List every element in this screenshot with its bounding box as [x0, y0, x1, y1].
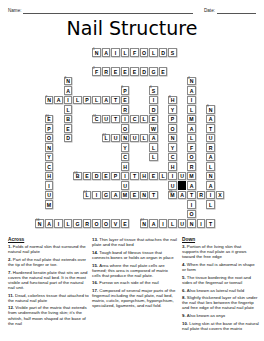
grid-cell-empty — [102, 105, 112, 115]
grid-cell-empty — [140, 86, 150, 96]
grid-cell[interactable]: 3N — [64, 77, 74, 87]
grid-cell-empty — [130, 96, 140, 106]
grid-cell[interactable]: I — [92, 191, 102, 201]
grid-cell[interactable]: E — [111, 67, 121, 77]
grid-cell-empty — [35, 162, 45, 172]
grid-cell-empty — [45, 77, 55, 87]
grid-cell[interactable]: A — [178, 191, 188, 201]
grid-cell-empty — [168, 67, 178, 77]
grid-cell-empty — [35, 115, 45, 125]
grid-cell[interactable]: L — [149, 48, 159, 58]
grid-cell-empty — [64, 200, 74, 210]
grid-cell-empty — [216, 48, 226, 58]
grid-cell[interactable]: X — [216, 191, 226, 201]
grid-cell-empty — [73, 58, 83, 68]
grid-cell-empty — [197, 134, 207, 144]
grid-cell[interactable]: I — [159, 219, 169, 229]
grid-cell-empty — [159, 115, 169, 125]
grid-cell[interactable]: L — [168, 219, 178, 229]
grid-cell[interactable]: N — [121, 134, 131, 144]
grid-cell[interactable]: L — [64, 219, 74, 229]
grid-cell-empty — [83, 124, 93, 134]
grid-cell[interactable]: 11C — [92, 115, 102, 125]
grid-cell-empty — [54, 86, 64, 96]
grid-cell[interactable]: L — [64, 105, 74, 115]
grid-cell[interactable]: R — [83, 219, 93, 229]
grid-cell[interactable]: I — [45, 181, 55, 191]
grid-cell[interactable]: 2F — [92, 67, 102, 77]
grid-cell-empty — [102, 153, 112, 163]
grid-cell-empty — [178, 105, 188, 115]
grid-cell-empty — [178, 77, 188, 87]
grid-cell[interactable]: M — [187, 172, 197, 182]
grid-cell[interactable]: S — [168, 48, 178, 58]
grid-cell[interactable]: A — [187, 86, 197, 96]
grid-cell[interactable]: A — [206, 153, 216, 163]
grid-cell[interactable]: 4N — [187, 77, 197, 87]
grid-cell[interactable]: R — [121, 105, 131, 115]
grid-cell-empty — [130, 124, 140, 134]
grid-cell-empty — [64, 162, 74, 172]
grid-cell[interactable]: E — [64, 124, 74, 134]
grid-cell-empty — [102, 86, 112, 96]
grid-cell[interactable]: E — [149, 115, 159, 125]
grid-cell-empty — [216, 105, 226, 115]
grid-cell-empty — [159, 105, 169, 115]
grid-cell[interactable]: G — [149, 67, 159, 77]
grid-cell[interactable]: N — [187, 219, 197, 229]
grid-cell-empty — [178, 210, 188, 220]
grid-cell-empty — [45, 58, 55, 68]
grid-cell[interactable]: C — [168, 153, 178, 163]
grid-cell[interactable]: E — [83, 172, 93, 182]
grid-cell-empty — [149, 58, 159, 68]
grid-cell[interactable]: A — [54, 96, 64, 106]
grid-cell[interactable]: O — [45, 134, 55, 144]
grid-cell-empty — [149, 210, 159, 220]
grid-cell-empty — [216, 96, 226, 106]
grid-cell-empty — [92, 210, 102, 220]
grid-cell[interactable]: M — [187, 115, 197, 125]
grid-cell-empty — [35, 105, 45, 115]
grid-cell[interactable]: I — [121, 172, 131, 182]
grid-cell-empty — [216, 58, 226, 68]
grid-cell[interactable]: L — [187, 134, 197, 144]
grid-cell-empty — [92, 153, 102, 163]
grid-cell-empty — [54, 58, 64, 68]
grid-cell-empty — [83, 143, 93, 153]
grid-cell-empty — [83, 115, 93, 125]
page-title: Nail Structure — [0, 17, 264, 39]
grid-cell[interactable]: H — [45, 172, 55, 182]
grid-cell[interactable]: G — [102, 191, 112, 201]
grid-cell-empty — [83, 153, 93, 163]
grid-cell-empty — [64, 48, 74, 58]
grid-cell-empty — [159, 200, 169, 210]
grid-cell[interactable]: A — [45, 219, 55, 229]
grid-cell[interactable]: E — [130, 67, 140, 77]
grid-cell[interactable]: T — [111, 96, 121, 106]
grid-cell[interactable]: A — [149, 219, 159, 229]
grid-cell[interactable]: C — [45, 162, 55, 172]
grid-cell[interactable]: U — [206, 134, 216, 144]
grid-cell-empty — [197, 172, 207, 182]
grid-cell-empty — [45, 210, 55, 220]
grid-cell[interactable]: O — [187, 153, 197, 163]
grid-cell-empty — [130, 86, 140, 96]
grid-cell[interactable]: O — [121, 124, 131, 134]
grid-cell[interactable]: 9N — [206, 105, 216, 115]
grid-cell[interactable]: F — [130, 48, 140, 58]
grid-cell[interactable]: T — [111, 115, 121, 125]
grid-cell-empty — [35, 96, 45, 106]
grid-cell[interactable]: L — [206, 200, 216, 210]
grid-cell-empty — [54, 67, 64, 77]
grid-cell-empty — [54, 200, 64, 210]
grid-cell[interactable]: M — [121, 191, 131, 201]
grid-cell-empty — [92, 124, 102, 134]
grid-cell[interactable]: P — [111, 172, 121, 182]
grid-cell-empty — [187, 58, 197, 68]
grid-cell-empty — [206, 67, 216, 77]
grid-cell[interactable]: A — [149, 134, 159, 144]
grid-cell-empty — [54, 124, 64, 134]
grid-cell-empty — [197, 153, 207, 163]
grid-cell[interactable]: U — [178, 219, 188, 229]
clue-item-2: 2. Part of the nail plate that extends o… — [8, 257, 89, 267]
grid-cell-empty — [159, 124, 169, 134]
grid-cell[interactable]: U — [45, 191, 55, 201]
grid-cell-empty — [102, 162, 112, 172]
grid-cell-empty — [54, 48, 64, 58]
grid-cell[interactable]: N — [45, 143, 55, 153]
grid-cell[interactable]: D — [64, 134, 74, 144]
grid-cell-empty — [168, 77, 178, 87]
grid-cell[interactable]: R — [197, 191, 207, 201]
grid-cell-empty — [64, 153, 74, 163]
grid-cell[interactable]: I — [187, 96, 197, 106]
grid-cell-empty — [197, 200, 207, 210]
grid-cell-empty — [216, 134, 226, 144]
grid-cell[interactable]: H — [121, 162, 131, 172]
grid-cell-empty — [35, 172, 45, 182]
grid-cell[interactable]: A — [187, 124, 197, 134]
grid-cell[interactable]: 16N — [35, 219, 45, 229]
grid-cell[interactable]: L — [187, 105, 197, 115]
grid-cell-empty — [159, 134, 169, 144]
grid-cell-empty — [73, 153, 83, 163]
grid-cell-empty — [83, 86, 93, 96]
grid-cell-empty — [102, 58, 112, 68]
grid-cell[interactable]: G — [73, 219, 83, 229]
grid-cell[interactable]: R — [206, 143, 216, 153]
grid-cell-empty — [102, 181, 112, 191]
grid-cell[interactable]: E — [102, 172, 112, 182]
grid-cell-empty — [159, 58, 169, 68]
grid-cell[interactable]: L — [159, 172, 169, 182]
grid-cell-empty — [187, 48, 197, 58]
grid-cell[interactable]: D — [92, 172, 102, 182]
crossword-grid: 1NAILFOLDS2FREEEDGE3N4NA5P6SA7NAILPLATEI… — [35, 48, 225, 229]
grid-cell[interactable]: U — [111, 134, 121, 144]
grid-cell-empty — [73, 105, 83, 115]
grid-cell[interactable]: L — [140, 115, 150, 125]
grid-cell-empty — [35, 153, 45, 163]
grid-cell-empty — [206, 210, 216, 220]
grid-cell-empty — [168, 210, 178, 220]
grid-cell-empty — [206, 58, 216, 68]
grid-cell-empty — [178, 86, 188, 96]
grid-cell[interactable]: L — [140, 134, 150, 144]
grid-cell[interactable]: O — [102, 219, 112, 229]
grid-cell[interactable]: 12L — [102, 134, 112, 144]
clue-item-16: 16. Furrow on each side of the nail — [92, 280, 177, 285]
name-blank-line[interactable] — [23, 7, 193, 14]
clues-across-column: Across 1. Folds of normal skin that surr… — [8, 237, 89, 328]
grid-cell[interactable]: M — [45, 200, 55, 210]
grid-cell[interactable]: A — [206, 181, 216, 191]
grid-cell-empty — [111, 77, 121, 87]
grid-cell[interactable]: E — [159, 67, 169, 77]
grid-cell[interactable]: 1N — [92, 48, 102, 58]
grid-cell[interactable]: P — [168, 115, 178, 125]
grid-cell-empty — [178, 124, 188, 134]
grid-cell-empty — [216, 77, 226, 87]
grid-cell[interactable]: L — [149, 143, 159, 153]
grid-cell-empty — [54, 134, 64, 144]
grid-cell-empty — [216, 153, 226, 163]
grid-cell[interactable]: L — [92, 96, 102, 106]
grid-cell[interactable]: W — [149, 124, 159, 134]
grid-cell-empty — [149, 200, 159, 210]
grid-cell-empty — [83, 58, 93, 68]
grid-cell-empty — [35, 200, 45, 210]
grid-cell-empty — [121, 58, 131, 68]
grid-cell[interactable]: T — [149, 191, 159, 201]
grid-cell[interactable]: T — [206, 124, 216, 134]
grid-cell-empty — [35, 143, 45, 153]
grid-cell[interactable]: B — [64, 115, 74, 125]
grid-cell[interactable]: I — [64, 96, 74, 106]
grid-cell[interactable]: P — [45, 124, 55, 134]
clues-down-column: Down 3. Portion of the living skin that … — [182, 237, 259, 333]
grid-cell[interactable]: 15M — [168, 191, 178, 201]
grid-cell-empty — [140, 105, 150, 115]
grid-cell-empty — [178, 162, 188, 172]
grid-cell[interactable]: U — [178, 172, 188, 182]
grid-cell-empty — [216, 124, 226, 134]
grid-cell[interactable]: I — [121, 115, 131, 125]
grid-cell-empty — [159, 77, 169, 87]
grid-cell-empty — [35, 124, 45, 134]
clue-item-11: 11. Dead, colorless tissue that attached… — [8, 293, 89, 303]
grid-cell[interactable]: D — [140, 67, 150, 77]
grid-cell[interactable]: P — [83, 96, 93, 106]
grid-cell-empty — [197, 77, 207, 87]
grid-cell-empty — [159, 86, 169, 96]
grid-cell-empty — [168, 200, 178, 210]
grid-cell[interactable]: 6S — [149, 86, 159, 96]
grid-cell[interactable]: L — [73, 96, 83, 106]
grid-cell[interactable]: T — [187, 191, 197, 201]
grid-cell-empty — [140, 143, 150, 153]
grid-cell[interactable]: C — [130, 115, 140, 125]
grid-cell[interactable]: Y — [168, 143, 178, 153]
grid-cell[interactable]: N — [168, 134, 178, 144]
grid-cell-empty — [111, 58, 121, 68]
grid-cell-empty — [35, 58, 45, 68]
grid-cell[interactable]: I — [54, 219, 64, 229]
grid-cell-empty — [130, 219, 140, 229]
grid-cell-empty — [130, 77, 140, 87]
grid-cell[interactable]: C — [121, 153, 131, 163]
grid-cell-empty — [73, 115, 83, 125]
grid-cell[interactable]: D — [159, 48, 169, 58]
grid-cell-empty — [54, 172, 64, 182]
grid-cell[interactable]: Y — [45, 153, 55, 163]
grid-cell[interactable]: 8H — [168, 96, 178, 106]
grid-cell[interactable]: E — [121, 96, 131, 106]
grid-cell-empty — [197, 124, 207, 134]
grid-cell[interactable]: T — [206, 219, 216, 229]
grid-cell[interactable]: E — [149, 172, 159, 182]
grid-cell-empty — [73, 143, 83, 153]
grid-cell[interactable]: A — [102, 48, 112, 58]
grid-cell-empty — [197, 67, 207, 77]
grid-cell[interactable]: 10E — [45, 115, 55, 125]
grid-cell[interactable]: R — [187, 162, 197, 172]
grid-cell-empty — [130, 105, 140, 115]
grid-cell-empty — [149, 162, 159, 172]
grid-cell-empty — [178, 143, 188, 153]
grid-cell[interactable]: O — [140, 48, 150, 58]
grid-cell-empty — [140, 77, 150, 87]
grid-cell[interactable]: Y — [168, 105, 178, 115]
grid-cell[interactable]: A — [187, 181, 197, 191]
grid-cell[interactable]: N — [140, 191, 150, 201]
grid-cell[interactable]: I — [168, 172, 178, 182]
grid-cell-empty — [92, 200, 102, 210]
grid-cell[interactable]: R — [102, 67, 112, 77]
grid-cell-empty — [168, 58, 178, 68]
grid-cell[interactable]: N — [206, 172, 216, 182]
grid-cell[interactable]: A — [102, 96, 112, 106]
grid-cell-empty — [73, 134, 83, 144]
grid-cell-empty — [35, 191, 45, 201]
grid-cell[interactable]: I — [149, 96, 159, 106]
date-blank-line[interactable] — [217, 7, 256, 14]
grid-cell-empty — [159, 96, 169, 106]
grid-cell[interactable]: T — [130, 172, 140, 182]
grid-cell-empty — [111, 162, 121, 172]
clue-item-6: 6. Also known as lateral nail fold — [182, 288, 259, 293]
grid-cell[interactable]: H — [140, 172, 150, 182]
grid-cell[interactable]: U — [102, 115, 112, 125]
grid-cell[interactable]: L — [121, 48, 131, 58]
grid-cell-empty — [35, 77, 45, 87]
grid-cell[interactable]: O — [168, 124, 178, 134]
grid-cell-empty — [111, 181, 121, 191]
clue-item-8: 8. Slightly thickened layer of skin unde… — [182, 295, 259, 310]
grid-cell[interactable]: 14L — [83, 191, 93, 201]
grid-cell[interactable]: A — [64, 86, 74, 96]
grid-cell[interactable]: E — [121, 219, 131, 229]
grid-cell[interactable]: H — [168, 162, 178, 172]
grid-cell-empty — [159, 181, 169, 191]
clue-item-4: 4. When the nail is abnormal in shape or… — [182, 262, 259, 272]
grid-cell-empty — [197, 181, 207, 191]
across-clue-list-2: 13. Thin layer of tissue that attaches t… — [92, 237, 177, 308]
grid-cell[interactable]: I — [187, 200, 197, 210]
clue-item-5: 5. The tissue bordering the root and sid… — [182, 275, 259, 285]
grid-cell[interactable]: I — [206, 191, 216, 201]
grid-cell[interactable]: 17N — [140, 219, 150, 229]
grid-cell[interactable]: E — [130, 191, 140, 201]
grid-cell-empty — [73, 48, 83, 58]
grid-cell[interactable]: U — [130, 134, 140, 144]
grid-cell-empty — [111, 105, 121, 115]
grid-cell-empty — [73, 210, 83, 220]
worksheet-page: Name: Date: Nail Structure 1NAILFOLDS2FR… — [0, 0, 264, 341]
grid-cell[interactable]: V — [111, 219, 121, 229]
grid-cell[interactable]: A — [111, 191, 121, 201]
grid-cell-empty — [35, 134, 45, 144]
grid-cell[interactable]: 7N — [45, 96, 55, 106]
grid-cell-empty — [83, 105, 93, 115]
grid-cell-empty — [64, 172, 74, 182]
grid-cell[interactable]: L — [206, 162, 216, 172]
grid-cell[interactable]: I — [197, 219, 207, 229]
grid-cell[interactable]: E — [121, 67, 131, 77]
grid-cell-empty — [140, 200, 150, 210]
grid-cell-empty — [73, 181, 83, 191]
grid-cell-empty — [159, 153, 169, 163]
grid-cell-empty — [140, 124, 150, 134]
grid-cell-empty — [197, 48, 207, 58]
grid-cell-empty — [64, 191, 74, 201]
grid-cell-empty — [130, 210, 140, 220]
grid-cell-empty — [206, 48, 216, 58]
grid-cell[interactable]: Y — [121, 143, 131, 153]
grid-cell[interactable]: 13B — [73, 172, 83, 182]
grid-cell-black — [178, 181, 188, 191]
grid-cell-empty — [178, 58, 188, 68]
across-heading: Across — [8, 237, 89, 243]
grid-cell-empty — [216, 219, 226, 229]
grid-cell[interactable]: I — [111, 48, 121, 58]
grid-cell[interactable]: 5P — [121, 86, 131, 96]
grid-cell[interactable]: D — [149, 105, 159, 115]
grid-cell-empty — [216, 210, 226, 220]
grid-cell-empty — [130, 200, 140, 210]
grid-cell[interactable]: O — [187, 210, 197, 220]
grid-cell-empty — [35, 67, 45, 77]
grid-cell-empty — [178, 115, 188, 125]
grid-cell-empty — [140, 96, 150, 106]
grid-cell-empty — [197, 162, 207, 172]
grid-cell-empty — [140, 153, 150, 163]
clue-item-12: 12. Visible part of the matrix that exte… — [8, 305, 89, 325]
grid-cell-empty — [83, 134, 93, 144]
grid-cell[interactable]: L — [149, 153, 159, 163]
grid-cell-empty — [102, 143, 112, 153]
grid-cell[interactable]: A — [206, 115, 216, 125]
grid-cell[interactable]: U — [121, 181, 131, 191]
grid-cell[interactable]: F — [187, 143, 197, 153]
grid-cell-empty — [54, 191, 64, 201]
grid-cell[interactable]: O — [92, 219, 102, 229]
grid-cell-empty — [130, 143, 140, 153]
